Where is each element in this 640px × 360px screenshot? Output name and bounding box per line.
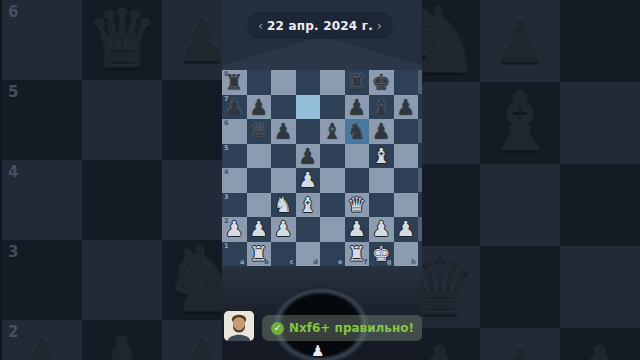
square-c2[interactable]: ♟ [271, 217, 296, 242]
piece-white-pawn-c2: ♟ [274, 217, 293, 242]
square-f3[interactable]: ♛ [345, 193, 370, 218]
square-g1[interactable]: g♚ [369, 242, 394, 267]
square-d7[interactable] [296, 95, 321, 120]
square-e3[interactable] [320, 193, 345, 218]
bg-square: 2♟ [2, 320, 82, 360]
square-b8[interactable] [247, 70, 272, 95]
correct-check-icon: ✓ [271, 322, 284, 335]
bg-square [560, 82, 640, 164]
piece-black-king-g8: ♚ [372, 70, 391, 95]
coord-file-a: a [240, 259, 244, 266]
bg-square [82, 240, 162, 320]
square-d6[interactable] [296, 119, 321, 144]
square-c4[interactable] [271, 168, 296, 193]
square-f8[interactable]: ♜ [345, 70, 370, 95]
piece-black-bishop-g7: ♝ [372, 95, 391, 120]
square-f7[interactable]: ♟ [345, 95, 370, 120]
coord-file-e: e [338, 259, 342, 266]
square-b1[interactable]: b♜ [247, 242, 272, 267]
square-e5[interactable] [320, 144, 345, 169]
square-e6[interactable]: ♝ [320, 119, 345, 144]
bg-square: 3 [2, 240, 82, 320]
piece-black-pawn-h7: ♟ [396, 95, 415, 120]
bg-square [82, 160, 162, 240]
piece-white-pawn-h2: ♟ [396, 217, 415, 242]
next-day-button[interactable]: › [377, 12, 382, 39]
square-a1[interactable]: 1a [222, 242, 247, 267]
square-b5[interactable] [247, 144, 272, 169]
piece-white-pawn-d4: ♟ [298, 168, 317, 193]
bg-square: ♟ [82, 320, 162, 360]
piece-white-pawn-a2: ♟ [225, 217, 244, 242]
bg-square: ♛ [82, 0, 162, 80]
square-h1[interactable]: h [394, 242, 419, 267]
bg-square: ♟ [480, 328, 560, 360]
bg-rank-label-5: 5 [8, 83, 18, 101]
bg-piece-pawn: ♟ [573, 339, 627, 360]
square-c7[interactable] [271, 95, 296, 120]
square-b4[interactable] [247, 168, 272, 193]
square-g7[interactable]: ♝ [369, 95, 394, 120]
square-b2[interactable]: ♟ [247, 217, 272, 242]
coord-rank-6: 6 [224, 120, 229, 127]
square-g2[interactable]: ♟ [369, 217, 394, 242]
square-c5[interactable] [271, 144, 296, 169]
bg-rank-label-4: 4 [8, 163, 18, 181]
square-g8[interactable]: ♚ [369, 70, 394, 95]
piece-black-pawn-g6: ♟ [372, 119, 391, 144]
user-avatar [224, 311, 254, 341]
piece-black-pawn-d5: ♟ [298, 144, 317, 169]
square-a2[interactable]: 2♟ [222, 217, 247, 242]
square-h7[interactable]: ♟ [394, 95, 419, 120]
piece-black-pawn-b7: ♟ [249, 95, 268, 120]
move-feedback-toast: ✓ Nxf6+ правильно! [262, 315, 422, 341]
square-h4[interactable] [394, 168, 419, 193]
bg-piece-bishop: ♝ [484, 83, 556, 163]
square-a3[interactable]: 3 [222, 193, 247, 218]
square-c1[interactable]: c [271, 242, 296, 267]
piece-black-queen-b6: ♛ [249, 119, 268, 144]
bg-rank-label-3: 3 [8, 243, 18, 261]
bg-square: 4 [2, 160, 82, 240]
bg-square: 6 [2, 0, 82, 80]
bg-piece-pawn: ♟ [175, 330, 229, 360]
piece-black-knight-f6: ♞ [347, 119, 366, 144]
square-f1[interactable]: f♜ [345, 242, 370, 267]
square-f2[interactable]: ♟ [345, 217, 370, 242]
screenshot-stage: 6♛♟543♞2♟♟♟ ♞♟♝♛♟♟♟ ‹ 22 апр. 2024 г. › … [0, 0, 640, 360]
square-e7[interactable] [320, 95, 345, 120]
square-b6[interactable]: ♛ [247, 119, 272, 144]
coord-file-h: h [411, 259, 416, 266]
piece-white-bishop-g5: ♝ [372, 144, 391, 169]
square-d5[interactable]: ♟ [296, 144, 321, 169]
background-board-left: 6♛♟543♞2♟♟♟ [2, 0, 242, 360]
square-b7[interactable]: ♟ [247, 95, 272, 120]
square-d8[interactable] [296, 70, 321, 95]
square-d2[interactable] [296, 217, 321, 242]
coord-rank-4: 4 [224, 169, 229, 176]
square-a6[interactable]: 6 [222, 119, 247, 144]
bg-square: ♟ [560, 328, 640, 360]
square-b3[interactable] [247, 193, 272, 218]
piece-white-bishop-d3: ♝ [298, 193, 317, 218]
square-h2[interactable]: ♟ [394, 217, 419, 242]
square-a5[interactable]: 5 [222, 144, 247, 169]
backdrop-triangle [222, 36, 422, 70]
square-g5[interactable]: ♝ [369, 144, 394, 169]
piece-white-pawn-g2: ♟ [372, 217, 391, 242]
piece-white-king-g1: ♚ [372, 242, 391, 267]
move-feedback-row: ✓ Nxf6+ правильно! [224, 311, 420, 343]
bg-square [480, 246, 560, 328]
square-e2[interactable] [320, 217, 345, 242]
background-board-right: ♞♟♝♛♟♟♟ [400, 0, 640, 360]
move-feedback-text: Nxf6+ правильно! [289, 321, 414, 335]
board-edge-strip [418, 70, 422, 266]
piece-white-rook-b1: ♜ [249, 242, 268, 267]
square-g4[interactable] [369, 168, 394, 193]
square-d1[interactable]: d [296, 242, 321, 267]
bg-square [82, 80, 162, 160]
square-f6[interactable]: ♞ [345, 119, 370, 144]
square-c8[interactable] [271, 70, 296, 95]
coord-rank-3: 3 [224, 194, 229, 201]
chess-board: 8♜♜♚7♟♟♟♝♟6♛♟♝♞♟5♟♝4♟3♞♝♛2♟♟♟♟♟♟1ab♜cdef… [222, 70, 418, 266]
bg-square [560, 0, 640, 82]
coord-rank-1: 1 [224, 243, 229, 250]
bg-rank-label-6: 6 [8, 3, 18, 21]
piece-black-rook-a8: ♜ [225, 70, 244, 95]
square-h6[interactable] [394, 119, 419, 144]
bg-square [480, 164, 560, 246]
square-a7[interactable]: 7♟ [222, 95, 247, 120]
date-navigator[interactable]: ‹ 22 апр. 2024 г. › [247, 12, 393, 39]
square-d3[interactable]: ♝ [296, 193, 321, 218]
piece-black-rook-f8: ♜ [347, 70, 366, 95]
bg-piece-pawn: ♟ [493, 339, 547, 360]
date-label: 22 апр. 2024 г. [267, 19, 373, 33]
square-e4[interactable] [320, 168, 345, 193]
square-a4[interactable]: 4 [222, 168, 247, 193]
bg-piece-pawn: ♟ [15, 330, 69, 360]
piece-black-bishop-e6: ♝ [323, 119, 342, 144]
bg-piece-pawn: ♟ [175, 10, 229, 70]
avatar-illustration [224, 311, 254, 341]
piece-white-knight-c3: ♞ [274, 193, 293, 218]
piece-white-pawn-f2: ♟ [347, 217, 366, 242]
bg-piece-pawn: ♟ [493, 11, 547, 71]
bg-piece-pawn: ♟ [95, 330, 149, 360]
square-a8[interactable]: 8♜ [222, 70, 247, 95]
square-f4[interactable] [345, 168, 370, 193]
bg-square: ♝ [480, 82, 560, 164]
square-h5[interactable] [394, 144, 419, 169]
coord-file-d: d [313, 259, 318, 266]
bg-square [560, 246, 640, 328]
bg-rank-label-2: 2 [8, 323, 18, 341]
square-g6[interactable]: ♟ [369, 119, 394, 144]
square-c3[interactable]: ♞ [271, 193, 296, 218]
piece-white-rook-f1: ♜ [347, 242, 366, 267]
square-e8[interactable] [320, 70, 345, 95]
square-d4[interactable]: ♟ [296, 168, 321, 193]
piece-white-queen-f3: ♛ [347, 193, 366, 218]
square-f5[interactable] [345, 144, 370, 169]
bg-square: ♟ [480, 0, 560, 82]
square-g3[interactable] [369, 193, 394, 218]
square-e1[interactable]: e [320, 242, 345, 267]
bg-square: 5 [2, 80, 82, 160]
piece-black-pawn-f7: ♟ [347, 95, 366, 120]
phone-screenshot-column: ‹ 22 апр. 2024 г. › 8♜♜♚7♟♟♟♝♟6♛♟♝♞♟5♟♝4… [222, 0, 422, 360]
square-h8[interactable] [394, 70, 419, 95]
coord-rank-5: 5 [224, 145, 229, 152]
square-h3[interactable] [394, 193, 419, 218]
prev-day-button[interactable]: ‹ [258, 12, 263, 39]
bg-square [560, 164, 640, 246]
piece-black-pawn-a7: ♟ [225, 95, 244, 120]
coord-file-c: c [290, 259, 294, 266]
photo-mini-pawn-icon: ♟ [311, 342, 324, 360]
piece-white-pawn-b2: ♟ [249, 217, 268, 242]
piece-black-pawn-c6: ♟ [274, 119, 293, 144]
square-c6[interactable]: ♟ [271, 119, 296, 144]
bg-piece-queen: ♛ [86, 0, 158, 80]
